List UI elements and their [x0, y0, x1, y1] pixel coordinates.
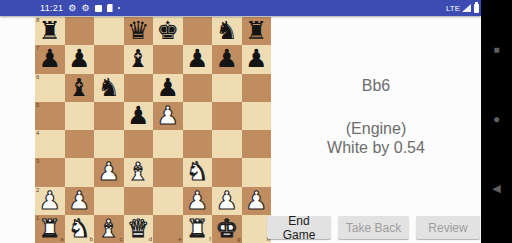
black-pawn: ♟ — [35, 45, 65, 73]
black-rook: ♜ — [242, 17, 272, 45]
square-b8[interactable] — [65, 17, 95, 45]
file-label: e — [178, 236, 181, 243]
white-knight: ♞ — [65, 215, 95, 243]
black-knight: ♞ — [212, 17, 242, 45]
engine-label: (Engine) — [271, 120, 481, 138]
square-d1[interactable]: d♛ — [124, 215, 154, 243]
action-buttons: End Game Take Back Review — [267, 216, 480, 239]
square-h2[interactable]: ♟ — [242, 187, 272, 215]
network-type-label: LTE — [446, 4, 460, 13]
square-h3[interactable] — [242, 158, 272, 186]
back-triangle-icon[interactable]: ◀ — [481, 182, 512, 195]
battery-icon — [474, 4, 479, 13]
square-c8[interactable] — [94, 17, 124, 45]
square-app-icon — [95, 5, 102, 12]
signal-triangle-icon — [462, 4, 471, 12]
square-g1[interactable]: g♚ — [212, 215, 242, 243]
white-king: ♚ — [212, 215, 242, 243]
square-h4[interactable] — [242, 130, 272, 158]
white-pawn: ♟ — [183, 187, 213, 215]
square-d6[interactable] — [124, 74, 154, 102]
square-g8[interactable]: ♞ — [212, 17, 242, 45]
black-pawn: ♟ — [183, 45, 213, 73]
square-e5[interactable]: ♟ — [153, 102, 183, 130]
square-a2[interactable]: 2♟ — [35, 187, 65, 215]
black-queen: ♛ — [124, 17, 154, 45]
status-bar-left: 11:21 ⚙ ⚙ — [40, 3, 120, 13]
square-b5[interactable] — [65, 102, 95, 130]
square-c1[interactable]: c♝ — [94, 215, 124, 243]
square-g3[interactable] — [212, 158, 242, 186]
square-h5[interactable] — [242, 102, 272, 130]
square-a7[interactable]: 7♟ — [35, 45, 65, 73]
square-a8[interactable]: 8♜ — [35, 17, 65, 45]
square-g7[interactable]: ♟ — [212, 45, 242, 73]
white-bishop: ♝ — [124, 158, 154, 186]
square-f2[interactable]: ♟ — [183, 187, 213, 215]
square-d4[interactable] — [124, 130, 154, 158]
square-a1[interactable]: 1a♜ — [35, 215, 65, 243]
take-back-button[interactable]: Take Back — [338, 216, 409, 239]
square-a6[interactable]: 6 — [35, 74, 65, 102]
square-a4[interactable]: 4 — [35, 130, 65, 158]
white-bishop: ♝ — [94, 215, 124, 243]
square-b2[interactable]: ♟ — [65, 187, 95, 215]
engine-panel: Bb6 (Engine) White by 0.54 — [271, 16, 481, 243]
chess-board[interactable]: 8♜♛♚♞♜7♟♟♝♟♟♟6♝♞♟5♟♟43♟♝♞2♟♟♟♟♟1a♜b♞c♝d♛… — [35, 17, 271, 243]
square-h8[interactable]: ♜ — [242, 17, 272, 45]
square-d7[interactable]: ♝ — [124, 45, 154, 73]
square-c2[interactable] — [94, 187, 124, 215]
square-g4[interactable] — [212, 130, 242, 158]
black-pawn: ♟ — [153, 74, 183, 102]
square-f5[interactable] — [183, 102, 213, 130]
status-bar: 11:21 ⚙ ⚙ LTE — [0, 0, 481, 16]
rank-label: 3 — [36, 158, 39, 165]
square-b3[interactable] — [65, 158, 95, 186]
square-c3[interactable]: ♟ — [94, 158, 124, 186]
white-pawn: ♟ — [35, 187, 65, 215]
black-pawn: ♟ — [65, 45, 95, 73]
home-circle-icon[interactable]: ● — [481, 112, 512, 126]
square-e4[interactable] — [153, 130, 183, 158]
android-nav-bar: ■ ● ◀ — [481, 0, 512, 243]
notification-dot-icon — [118, 7, 120, 9]
square-f1[interactable]: f♜ — [183, 215, 213, 243]
square-c4[interactable] — [94, 130, 124, 158]
status-bar-right: LTE — [446, 0, 479, 16]
square-e2[interactable] — [153, 187, 183, 215]
gear-icon: ⚙ — [81, 4, 89, 13]
square-g6[interactable] — [212, 74, 242, 102]
square-g5[interactable] — [212, 102, 242, 130]
square-c6[interactable]: ♞ — [94, 74, 124, 102]
square-b1[interactable]: b♞ — [65, 215, 95, 243]
square-c5[interactable] — [94, 102, 124, 130]
square-e1[interactable]: e — [153, 215, 183, 243]
white-knight: ♞ — [183, 158, 213, 186]
gear-icon: ⚙ — [68, 4, 76, 13]
clock: 11:21 — [40, 3, 63, 13]
white-pawn: ♟ — [94, 158, 124, 186]
square-e3[interactable] — [153, 158, 183, 186]
white-queen: ♛ — [124, 215, 154, 243]
black-knight: ♞ — [94, 74, 124, 102]
sim-card-icon — [107, 4, 113, 12]
square-d3[interactable]: ♝ — [124, 158, 154, 186]
square-f3[interactable]: ♞ — [183, 158, 213, 186]
square-f8[interactable] — [183, 17, 213, 45]
square-d2[interactable] — [124, 187, 154, 215]
black-pawn: ♟ — [124, 102, 154, 130]
review-button[interactable]: Review — [416, 216, 480, 239]
rank-label: 5 — [36, 102, 39, 109]
black-pawn: ♟ — [212, 45, 242, 73]
square-h7[interactable]: ♟ — [242, 45, 272, 73]
square-e7[interactable] — [153, 45, 183, 73]
square-d5[interactable]: ♟ — [124, 102, 154, 130]
black-pawn: ♟ — [242, 45, 272, 73]
square-a3[interactable]: 3 — [35, 158, 65, 186]
white-pawn: ♟ — [212, 187, 242, 215]
square-b6[interactable]: ♝ — [65, 74, 95, 102]
white-pawn: ♟ — [242, 187, 272, 215]
app-screen: 11:21 ⚙ ⚙ LTE 8♜♛♚♞♜7♟♟♝♟♟♟6♝♞♟5♟♟43♟♝♞2… — [0, 0, 512, 243]
square-b4[interactable] — [65, 130, 95, 158]
last-move-text: Bb6 — [271, 77, 481, 95]
black-bishop: ♝ — [124, 45, 154, 73]
square-d8[interactable]: ♛ — [124, 17, 154, 45]
white-pawn: ♟ — [65, 187, 95, 215]
recents-square-icon[interactable]: ■ — [481, 44, 512, 55]
square-f4[interactable] — [183, 130, 213, 158]
black-rook: ♜ — [35, 17, 65, 45]
evaluation-text: White by 0.54 — [271, 139, 481, 157]
square-f6[interactable] — [183, 74, 213, 102]
white-pawn: ♟ — [153, 102, 183, 130]
square-a5[interactable]: 5 — [35, 102, 65, 130]
square-e6[interactable]: ♟ — [153, 74, 183, 102]
rank-label: 6 — [36, 74, 39, 81]
white-rook: ♜ — [35, 215, 65, 243]
square-g2[interactable]: ♟ — [212, 187, 242, 215]
white-rook: ♜ — [183, 215, 213, 243]
square-f7[interactable]: ♟ — [183, 45, 213, 73]
rank-label: 4 — [36, 130, 39, 137]
black-king: ♚ — [153, 17, 183, 45]
end-game-button[interactable]: End Game — [267, 216, 331, 239]
square-c7[interactable] — [94, 45, 124, 73]
square-b7[interactable]: ♟ — [65, 45, 95, 73]
square-e8[interactable]: ♚ — [153, 17, 183, 45]
square-h6[interactable] — [242, 74, 272, 102]
black-bishop: ♝ — [65, 74, 95, 102]
